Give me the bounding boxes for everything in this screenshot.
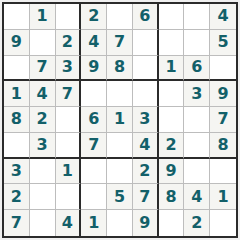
cell-r3c7[interactable]: 1 [159,56,185,82]
cell-r8c4[interactable] [81,184,107,210]
cell-r1c2[interactable]: 1 [30,4,56,30]
cell-r8c6[interactable]: 7 [133,184,159,210]
cell-r9c7[interactable] [159,210,185,236]
cell-r6c7[interactable]: 2 [159,133,185,159]
cell-r3c5[interactable]: 8 [107,56,133,82]
cell-r7c6[interactable]: 2 [133,159,159,185]
cell-r9c2[interactable] [30,210,56,236]
cell-r4c6[interactable] [133,81,159,107]
cell-r4c8[interactable]: 3 [184,81,210,107]
cell-r5c9[interactable]: 7 [210,107,236,133]
cell-r2c2[interactable] [30,30,56,56]
cell-r9c6[interactable]: 9 [133,210,159,236]
cell-r1c3[interactable] [56,4,82,30]
cell-r6c3[interactable] [56,133,82,159]
cell-r5c7[interactable] [159,107,185,133]
cell-r2c1[interactable]: 9 [4,30,30,56]
cell-r1c1[interactable] [4,4,30,30]
cell-r8c1[interactable]: 2 [4,184,30,210]
cell-r3c8[interactable]: 6 [184,56,210,82]
cell-r7c4[interactable] [81,159,107,185]
cell-r2c9[interactable]: 5 [210,30,236,56]
cell-r4c2[interactable]: 4 [30,81,56,107]
cell-r2c7[interactable] [159,30,185,56]
cell-r4c4[interactable] [81,81,107,107]
cell-r2c8[interactable] [184,30,210,56]
cell-r2c6[interactable] [133,30,159,56]
cell-r7c9[interactable] [210,159,236,185]
cell-r8c2[interactable] [30,184,56,210]
cell-r5c1[interactable]: 8 [4,107,30,133]
cell-r3c6[interactable] [133,56,159,82]
cell-r2c5[interactable]: 7 [107,30,133,56]
cell-r7c2[interactable] [30,159,56,185]
cell-r5c4[interactable]: 6 [81,107,107,133]
cell-r2c4[interactable]: 4 [81,30,107,56]
cell-r6c5[interactable] [107,133,133,159]
cell-r4c9[interactable]: 9 [210,81,236,107]
cell-r4c1[interactable]: 1 [4,81,30,107]
cell-r8c8[interactable]: 4 [184,184,210,210]
cell-r6c2[interactable]: 3 [30,133,56,159]
cell-r9c9[interactable] [210,210,236,236]
cell-r1c8[interactable] [184,4,210,30]
sudoku-board: 1264924757398161473982613737428312925784… [2,2,238,238]
cell-r1c4[interactable]: 2 [81,4,107,30]
cell-r4c5[interactable] [107,81,133,107]
cell-r9c5[interactable] [107,210,133,236]
cell-r6c4[interactable]: 7 [81,133,107,159]
cell-r4c7[interactable] [159,81,185,107]
page: 1264924757398161473982613737428312925784… [0,0,240,240]
cell-r9c8[interactable]: 2 [184,210,210,236]
cell-r6c1[interactable] [4,133,30,159]
cell-r5c5[interactable]: 1 [107,107,133,133]
cell-r1c9[interactable]: 4 [210,4,236,30]
cell-r8c7[interactable]: 8 [159,184,185,210]
cell-r7c3[interactable]: 1 [56,159,82,185]
cell-r9c1[interactable]: 7 [4,210,30,236]
cell-r7c1[interactable]: 3 [4,159,30,185]
cell-r1c7[interactable] [159,4,185,30]
cell-r3c9[interactable] [210,56,236,82]
cell-r9c4[interactable]: 1 [81,210,107,236]
cell-r3c3[interactable]: 3 [56,56,82,82]
cell-r9c3[interactable]: 4 [56,210,82,236]
cell-r5c6[interactable]: 3 [133,107,159,133]
cell-r5c8[interactable] [184,107,210,133]
cell-r6c9[interactable]: 8 [210,133,236,159]
cell-r8c9[interactable]: 1 [210,184,236,210]
cell-r8c3[interactable] [56,184,82,210]
cell-r7c7[interactable]: 9 [159,159,185,185]
cell-r4c3[interactable]: 7 [56,81,82,107]
cell-r6c6[interactable]: 4 [133,133,159,159]
cell-r1c6[interactable]: 6 [133,4,159,30]
cell-r5c3[interactable] [56,107,82,133]
cell-r6c8[interactable] [184,133,210,159]
cell-r3c1[interactable] [4,56,30,82]
cell-r5c2[interactable]: 2 [30,107,56,133]
cell-r7c5[interactable] [107,159,133,185]
cell-r3c2[interactable]: 7 [30,56,56,82]
cell-r7c8[interactable] [184,159,210,185]
cell-r8c5[interactable]: 5 [107,184,133,210]
cell-r2c3[interactable]: 2 [56,30,82,56]
cell-r1c5[interactable] [107,4,133,30]
cell-r3c4[interactable]: 9 [81,56,107,82]
